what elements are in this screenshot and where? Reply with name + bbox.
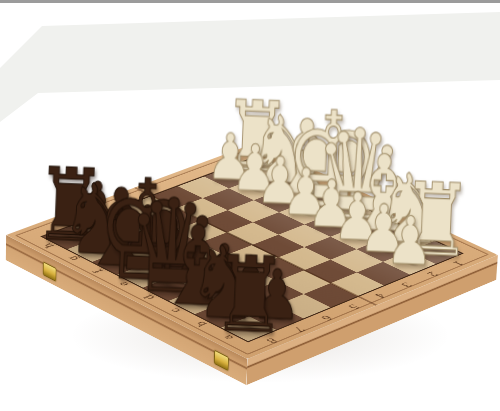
rank-label-3: 3 (395, 280, 417, 290)
brass-clasp (43, 261, 57, 281)
top-border-line (0, 0, 500, 3)
perspective-camera: hgfedcba87654321♜♟♞♟♝♟♚♟♛♟♝♟♟♞♜♟♟♜♞♟♟♝♟♚… (71, 64, 433, 411)
rank-label-1: 1 (447, 258, 468, 267)
chessboard-scene: hgfedcba87654321♜♟♞♟♝♟♚♟♛♟♝♟♟♞♜♟♟♜♞♟♟♝♟♚… (71, 64, 433, 411)
rank-label-7: 7 (288, 324, 310, 334)
product-photo: hgfedcba87654321♜♟♞♟♝♟♚♟♛♟♝♟♟♞♜♟♟♜♞♟♟♝♟♚… (0, 0, 500, 411)
rank-label-4: 4 (369, 291, 391, 301)
rank-label-6: 6 (315, 313, 337, 323)
rank-label-5: 5 (342, 301, 364, 311)
brass-clasp (214, 350, 229, 371)
rank-label-2: 2 (422, 269, 443, 278)
rank-label-8: 8 (260, 335, 282, 345)
